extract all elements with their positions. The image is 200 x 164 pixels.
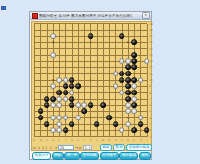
black-stone bbox=[119, 33, 125, 39]
col-coordinate: E bbox=[58, 138, 60, 141]
action-button[interactable]: 申请数子 bbox=[100, 152, 119, 160]
minutes-label: 分钟 bbox=[75, 146, 81, 150]
black-stone bbox=[131, 127, 137, 133]
white-stone bbox=[75, 102, 81, 108]
white-stone bbox=[63, 77, 69, 83]
page-corner-chip bbox=[1, 6, 6, 10]
control-row-settings: 144211*4 25 分钟 1 ▾ 确定取消自动保存棋谱 bbox=[31, 144, 152, 151]
time-input[interactable]: 25 bbox=[58, 145, 74, 150]
window-titlebar: 围棋对弈室 第75手 黑方执黑对局中,请选手落子后点击提交 (计时中) ✕ bbox=[30, 12, 151, 20]
info-item[interactable]: 4 bbox=[55, 146, 57, 150]
white-stone bbox=[63, 96, 69, 102]
col-coordinate: J bbox=[84, 138, 85, 141]
col-coordinate: L bbox=[96, 138, 97, 141]
white-stone bbox=[138, 77, 144, 83]
white-stone bbox=[131, 83, 137, 89]
col-coordinate: O bbox=[115, 138, 117, 141]
black-stone bbox=[63, 90, 69, 96]
col-coordinate: R bbox=[133, 138, 135, 141]
black-stone bbox=[69, 96, 75, 102]
col-coordinate: H bbox=[77, 138, 79, 141]
white-stone bbox=[50, 33, 56, 39]
white-stone bbox=[50, 115, 56, 121]
black-stone bbox=[131, 39, 137, 45]
black-stone bbox=[131, 65, 137, 71]
white-stone bbox=[50, 52, 56, 58]
white-stone bbox=[113, 83, 119, 89]
star-point bbox=[90, 42, 92, 44]
row-coordinate: 11 bbox=[149, 72, 152, 75]
row-coordinate: 5 bbox=[149, 110, 151, 113]
row-coordinate: 7 bbox=[149, 97, 151, 100]
black-stone bbox=[50, 96, 56, 102]
black-stone bbox=[56, 90, 62, 96]
white-stone bbox=[69, 90, 75, 96]
window-title: 围棋对弈室 第75手 黑方执黑对局中,请选手落子后点击提交 (计时中) bbox=[39, 13, 132, 18]
black-stone bbox=[69, 83, 75, 89]
black-stone bbox=[125, 90, 131, 96]
white-stone bbox=[56, 127, 62, 133]
black-stone bbox=[69, 77, 75, 83]
row-coordinate: 18 bbox=[149, 28, 152, 31]
row-coordinate: 10 bbox=[149, 78, 152, 81]
row-coordinate: 3 bbox=[149, 122, 151, 125]
black-stone bbox=[88, 102, 94, 108]
black-stone bbox=[44, 102, 50, 108]
black-stone bbox=[131, 52, 137, 58]
black-stone bbox=[125, 77, 131, 83]
col-coordinate: T bbox=[146, 138, 148, 141]
row-coordinate: 15 bbox=[149, 47, 152, 50]
white-stone bbox=[56, 121, 62, 127]
col-coordinate: S bbox=[140, 138, 142, 141]
black-stone bbox=[125, 71, 131, 77]
small-button[interactable]: 取消 bbox=[113, 144, 125, 151]
black-stone bbox=[38, 115, 44, 121]
black-stone bbox=[138, 121, 144, 127]
action-button[interactable]: 返回大厅 bbox=[32, 152, 51, 160]
white-stone bbox=[131, 109, 137, 115]
action-button[interactable]: 保存棋谱 bbox=[119, 152, 138, 160]
grid-line-v bbox=[147, 24, 148, 137]
black-stone bbox=[69, 102, 75, 108]
row-coordinate: 6 bbox=[149, 103, 151, 106]
black-stone bbox=[119, 71, 125, 77]
action-button[interactable]: 悔棋 bbox=[52, 152, 64, 160]
white-stone bbox=[56, 77, 62, 83]
info-item[interactable]: 1 bbox=[46, 146, 48, 150]
col-coordinate: K bbox=[90, 138, 92, 141]
white-stone bbox=[56, 96, 62, 102]
row-coordinate: 13 bbox=[149, 59, 152, 62]
white-stone bbox=[138, 115, 144, 121]
black-stone bbox=[119, 77, 125, 83]
close-icon[interactable]: ✕ bbox=[142, 12, 150, 19]
black-stone bbox=[63, 127, 69, 133]
white-stone bbox=[56, 102, 62, 108]
black-stone bbox=[44, 121, 50, 127]
col-coordinate: G bbox=[71, 138, 73, 141]
row-coordinate: 4 bbox=[149, 116, 151, 119]
handicap-select-value: 1 bbox=[84, 146, 86, 150]
small-button[interactable]: 确定 bbox=[100, 144, 112, 151]
white-stone bbox=[50, 127, 56, 133]
white-stone bbox=[125, 102, 131, 108]
black-stone bbox=[38, 109, 44, 115]
go-board[interactable]: ABCDEFGHJKLMNOPQRST191817161514131211109… bbox=[31, 21, 152, 152]
app-window: 围棋对弈室 第75手 黑方执黑对局中,请选手落子后点击提交 (计时中) ✕ AB… bbox=[29, 11, 152, 160]
col-coordinate: C bbox=[46, 138, 48, 141]
black-stone bbox=[88, 33, 94, 39]
col-coordinate: N bbox=[108, 138, 110, 141]
action-button[interactable]: 退出 bbox=[139, 152, 151, 160]
black-stone bbox=[131, 77, 137, 83]
app-icon bbox=[32, 13, 38, 19]
white-stone bbox=[81, 102, 87, 108]
col-coordinate: F bbox=[65, 138, 66, 141]
white-stone bbox=[125, 109, 131, 115]
star-point bbox=[52, 42, 54, 44]
row-coordinate: 16 bbox=[149, 41, 152, 44]
black-stone bbox=[125, 83, 131, 89]
white-stone bbox=[50, 83, 56, 89]
col-coordinate: B bbox=[40, 138, 42, 141]
white-stone bbox=[75, 115, 81, 121]
row-coordinate: 2 bbox=[149, 129, 151, 132]
black-stone bbox=[131, 102, 137, 108]
grid-line-v bbox=[103, 24, 104, 137]
col-coordinate: M bbox=[102, 138, 104, 141]
black-stone bbox=[100, 102, 106, 108]
game-info-items: 144211*4 bbox=[32, 146, 57, 150]
control-row-actions: 返回大厅悔棋停一手形势判断申请数子保存棋谱退出 bbox=[31, 152, 152, 160]
black-stone bbox=[63, 83, 69, 89]
info-item[interactable]: 4 bbox=[38, 146, 40, 150]
action-button[interactable]: 停一手 bbox=[64, 152, 80, 160]
white-stone bbox=[119, 58, 125, 64]
grid-line-v bbox=[97, 24, 98, 137]
row-coordinate: 1 bbox=[149, 135, 151, 138]
info-item[interactable]: 14 bbox=[32, 146, 36, 150]
black-stone bbox=[125, 96, 131, 102]
row-coordinate: 12 bbox=[149, 66, 152, 69]
handicap-select[interactable]: 1 ▾ bbox=[83, 145, 92, 150]
screen: 围棋对弈室 第75手 黑方执黑对局中,请选手落子后点击提交 (计时中) ✕ AB… bbox=[0, 0, 200, 164]
star-point bbox=[127, 117, 129, 119]
small-buttons: 确定取消自动保存棋谱 bbox=[100, 144, 152, 151]
small-button[interactable]: 自动保存棋谱 bbox=[126, 144, 152, 151]
star-point bbox=[127, 42, 129, 44]
white-stone bbox=[125, 121, 131, 127]
grid-line-h bbox=[34, 136, 147, 137]
star-point bbox=[90, 117, 92, 119]
info-item[interactable]: 1* bbox=[49, 146, 53, 150]
col-coordinate: A bbox=[33, 138, 35, 141]
row-coordinate: 8 bbox=[149, 91, 151, 94]
col-coordinate: Q bbox=[127, 138, 129, 141]
white-stone bbox=[125, 58, 131, 64]
white-stone bbox=[113, 71, 119, 77]
black-stone bbox=[113, 121, 119, 127]
black-stone bbox=[75, 83, 81, 89]
row-coordinate: 19 bbox=[149, 22, 152, 25]
white-stone bbox=[50, 102, 56, 108]
info-item[interactable]: 2 bbox=[42, 146, 44, 150]
action-button[interactable]: 形势判断 bbox=[80, 152, 99, 160]
white-stone bbox=[56, 115, 62, 121]
white-stone bbox=[119, 127, 125, 133]
black-stone bbox=[106, 115, 112, 121]
star-point bbox=[52, 79, 54, 81]
black-stone bbox=[44, 96, 50, 102]
row-coordinate: 9 bbox=[149, 85, 151, 88]
black-stone bbox=[125, 65, 131, 71]
grid-line-v bbox=[115, 24, 116, 137]
white-stone bbox=[119, 90, 125, 96]
chevron-down-icon: ▾ bbox=[89, 146, 91, 150]
white-stone bbox=[131, 96, 137, 102]
white-stone bbox=[63, 115, 69, 121]
col-coordinate: D bbox=[52, 138, 54, 141]
black-stone bbox=[94, 121, 100, 127]
black-stone bbox=[131, 58, 137, 64]
col-coordinate: P bbox=[121, 138, 123, 141]
black-stone bbox=[81, 109, 87, 115]
row-coordinate: 17 bbox=[149, 34, 152, 37]
black-stone bbox=[69, 121, 75, 127]
star-point bbox=[90, 79, 92, 81]
black-stone bbox=[131, 90, 137, 96]
row-coordinate: 14 bbox=[149, 53, 152, 56]
